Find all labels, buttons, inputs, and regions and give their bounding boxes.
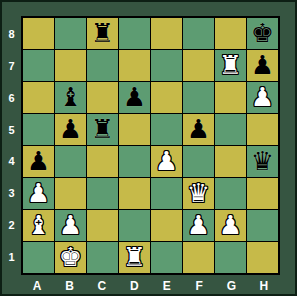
square-f7[interactable] [183,50,214,81]
square-a8[interactable] [23,18,54,49]
square-b5[interactable]: ♟ [55,114,86,145]
square-c2[interactable] [87,210,118,241]
square-c1[interactable] [87,242,118,273]
square-b4[interactable] [55,146,86,177]
square-g4[interactable] [215,146,246,177]
square-f8[interactable] [183,18,214,49]
square-a4[interactable]: ♟ [23,146,54,177]
square-d6[interactable]: ♟ [119,82,150,113]
square-g3[interactable] [215,178,246,209]
piece-black-rook: ♜ [91,116,114,142]
square-g2[interactable]: ♟ [215,210,246,241]
square-a6[interactable] [23,82,54,113]
piece-black-pawn: ♟ [123,84,146,110]
square-h8[interactable]: ♚ [247,18,278,49]
square-h4[interactable]: ♛ [247,146,278,177]
square-g6[interactable] [215,82,246,113]
square-a2[interactable]: ♝ [23,210,54,241]
piece-white-bishop: ♝ [27,212,50,238]
rank-label-5: 5 [2,114,21,146]
square-a3[interactable]: ♟ [23,178,54,209]
square-d3[interactable] [119,178,150,209]
square-h1[interactable] [247,242,278,273]
square-f1[interactable] [183,242,214,273]
piece-black-pawn: ♟ [27,148,50,174]
rank-label-7: 7 [2,50,21,82]
square-f4[interactable] [183,146,214,177]
square-e6[interactable] [151,82,182,113]
square-d7[interactable] [119,50,150,81]
file-label-c: C [86,275,118,294]
piece-white-pawn: ♟ [187,212,210,238]
file-label-f: F [183,275,215,294]
square-c7[interactable] [87,50,118,81]
square-g8[interactable] [215,18,246,49]
board-layout: 87654321 ♜♚♜♟♝♟♟♟♜♟♟♟♛♟♛♝♟♟♟♚♜ ABCDEFGH [2,2,295,294]
square-b8[interactable] [55,18,86,49]
file-label-a: A [21,275,53,294]
square-e2[interactable] [151,210,182,241]
piece-black-pawn: ♟ [251,52,274,78]
square-e1[interactable] [151,242,182,273]
piece-white-queen: ♛ [187,180,210,206]
piece-black-pawn: ♟ [59,116,82,142]
file-label-h: H [248,275,280,294]
piece-black-queen: ♛ [251,148,274,174]
square-b1[interactable]: ♚ [55,242,86,273]
piece-white-pawn: ♟ [27,180,50,206]
file-labels: ABCDEFGH [21,275,280,294]
square-f5[interactable]: ♟ [183,114,214,145]
square-a7[interactable] [23,50,54,81]
piece-black-rook: ♜ [91,20,114,46]
square-g1[interactable] [215,242,246,273]
square-e4[interactable]: ♟ [151,146,182,177]
piece-black-bishop: ♝ [59,84,82,110]
file-label-d: D [118,275,150,294]
rank-label-3: 3 [2,177,21,209]
square-g7[interactable]: ♜ [215,50,246,81]
file-label-e: E [151,275,183,294]
square-h7[interactable]: ♟ [247,50,278,81]
piece-white-king: ♚ [59,244,82,270]
square-h5[interactable] [247,114,278,145]
square-c4[interactable] [87,146,118,177]
square-d4[interactable] [119,146,150,177]
square-d8[interactable] [119,18,150,49]
piece-white-pawn: ♟ [219,212,242,238]
square-b2[interactable]: ♟ [55,210,86,241]
square-a5[interactable] [23,114,54,145]
square-h6[interactable]: ♟ [247,82,278,113]
piece-white-pawn: ♟ [59,212,82,238]
square-e3[interactable] [151,178,182,209]
rank-label-1: 1 [2,241,21,273]
piece-white-pawn: ♟ [155,148,178,174]
square-e8[interactable] [151,18,182,49]
square-c5[interactable]: ♜ [87,114,118,145]
square-c3[interactable] [87,178,118,209]
square-b3[interactable] [55,178,86,209]
square-d2[interactable] [119,210,150,241]
piece-black-pawn: ♟ [187,116,210,142]
square-f6[interactable] [183,82,214,113]
rank-label-8: 8 [2,18,21,50]
square-g5[interactable] [215,114,246,145]
piece-black-king: ♚ [251,20,274,46]
square-h2[interactable] [247,210,278,241]
rank-labels: 87654321 [2,16,21,275]
square-c8[interactable]: ♜ [87,18,118,49]
piece-white-pawn: ♟ [251,84,274,110]
square-f3[interactable]: ♛ [183,178,214,209]
square-b7[interactable] [55,50,86,81]
square-e5[interactable] [151,114,182,145]
square-e7[interactable] [151,50,182,81]
rank-label-2: 2 [2,209,21,241]
chess-diagram: 87654321 ♜♚♜♟♝♟♟♟♜♟♟♟♛♟♛♝♟♟♟♚♜ ABCDEFGH [0,0,297,296]
rank-label-4: 4 [2,146,21,178]
rank-label-6: 6 [2,82,21,114]
square-d1[interactable]: ♜ [119,242,150,273]
square-f2[interactable]: ♟ [183,210,214,241]
piece-white-rook: ♜ [219,52,242,78]
square-b6[interactable]: ♝ [55,82,86,113]
chess-board: ♜♚♜♟♝♟♟♟♜♟♟♟♛♟♛♝♟♟♟♚♜ [21,16,280,275]
piece-white-rook: ♜ [123,244,146,270]
file-label-g: G [215,275,247,294]
square-d5[interactable] [119,114,150,145]
square-a1[interactable] [23,242,54,273]
square-c6[interactable] [87,82,118,113]
file-label-b: B [53,275,85,294]
square-h3[interactable] [247,178,278,209]
